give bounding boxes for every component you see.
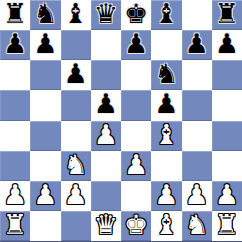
square-g1[interactable]: ♞ — [182, 211, 212, 241]
square-d3[interactable] — [91, 151, 121, 181]
square-d5[interactable]: ♟ — [91, 90, 121, 120]
square-b5[interactable] — [30, 90, 60, 120]
piece-black-rook[interactable]: ♜ — [3, 0, 27, 29]
square-a1[interactable]: ♜ — [0, 211, 30, 241]
square-d8[interactable]: ♛ — [91, 0, 121, 30]
square-e7[interactable]: ♟ — [121, 30, 151, 60]
piece-black-pawn[interactable]: ♟ — [124, 30, 148, 59]
piece-white-bishop[interactable]: ♝ — [154, 121, 178, 150]
square-g7[interactable]: ♟ — [182, 30, 212, 60]
piece-black-bishop[interactable]: ♝ — [154, 0, 178, 29]
square-e3[interactable]: ♟ — [121, 151, 151, 181]
square-g5[interactable] — [182, 90, 212, 120]
square-a7[interactable]: ♟ — [0, 30, 30, 60]
square-c6[interactable]: ♟ — [61, 60, 91, 90]
square-f8[interactable]: ♝ — [151, 0, 181, 30]
piece-black-pawn[interactable]: ♟ — [64, 60, 88, 89]
square-d6[interactable] — [91, 60, 121, 90]
square-e1[interactable]: ♚ — [121, 211, 151, 241]
piece-white-pawn[interactable]: ♟ — [185, 181, 209, 210]
piece-black-rook[interactable]: ♜ — [215, 0, 239, 29]
square-f2[interactable]: ♟ — [151, 181, 181, 211]
square-c4[interactable] — [61, 121, 91, 151]
square-c2[interactable]: ♟ — [61, 181, 91, 211]
square-c3[interactable]: ♞ — [61, 151, 91, 181]
square-c8[interactable]: ♝ — [61, 0, 91, 30]
square-b6[interactable] — [30, 60, 60, 90]
piece-white-pawn[interactable]: ♟ — [154, 181, 178, 210]
square-a6[interactable] — [0, 60, 30, 90]
square-e5[interactable] — [121, 90, 151, 120]
piece-black-pawn[interactable]: ♟ — [154, 90, 178, 119]
square-b2[interactable]: ♟ — [30, 181, 60, 211]
piece-black-queen[interactable]: ♛ — [94, 0, 118, 29]
piece-black-pawn[interactable]: ♟ — [94, 90, 118, 119]
square-f4[interactable]: ♝ — [151, 121, 181, 151]
piece-black-king[interactable]: ♚ — [124, 0, 148, 29]
square-f5[interactable]: ♟ — [151, 90, 181, 120]
square-g6[interactable] — [182, 60, 212, 90]
piece-white-pawn[interactable]: ♟ — [94, 121, 118, 150]
square-h8[interactable]: ♜ — [212, 0, 242, 30]
square-d1[interactable]: ♛ — [91, 211, 121, 241]
square-b7[interactable]: ♟ — [30, 30, 60, 60]
chess-board: ♜♞♝♛♚♝♜♟♟♟♟♟♟♞♟♟♟♝♞♟♟♟♟♟♟♟♜♛♚♝♞♜ — [0, 0, 242, 242]
square-d4[interactable]: ♟ — [91, 121, 121, 151]
square-a5[interactable] — [0, 90, 30, 120]
square-f1[interactable]: ♝ — [151, 211, 181, 241]
square-f6[interactable]: ♞ — [151, 60, 181, 90]
square-h7[interactable]: ♟ — [212, 30, 242, 60]
square-h5[interactable] — [212, 90, 242, 120]
square-a4[interactable] — [0, 121, 30, 151]
piece-white-queen[interactable]: ♛ — [94, 211, 118, 240]
piece-black-knight[interactable]: ♞ — [154, 60, 178, 89]
square-b8[interactable]: ♞ — [30, 0, 60, 30]
square-e4[interactable] — [121, 121, 151, 151]
square-f3[interactable] — [151, 151, 181, 181]
piece-white-pawn[interactable]: ♟ — [3, 181, 27, 210]
square-b1[interactable] — [30, 211, 60, 241]
piece-white-pawn[interactable]: ♟ — [33, 181, 57, 210]
square-b3[interactable] — [30, 151, 60, 181]
chess-app: ♜♞♝♛♚♝♜♟♟♟♟♟♟♞♟♟♟♝♞♟♟♟♟♟♟♟♜♛♚♝♞♜ — [0, 0, 242, 242]
square-a2[interactable]: ♟ — [0, 181, 30, 211]
square-h1[interactable]: ♜ — [212, 211, 242, 241]
square-h6[interactable] — [212, 60, 242, 90]
square-c1[interactable] — [61, 211, 91, 241]
square-d2[interactable] — [91, 181, 121, 211]
square-b4[interactable] — [30, 121, 60, 151]
piece-black-pawn[interactable]: ♟ — [215, 30, 239, 59]
square-h3[interactable] — [212, 151, 242, 181]
piece-white-knight[interactable]: ♞ — [64, 151, 88, 180]
piece-white-pawn[interactable]: ♟ — [215, 181, 239, 210]
piece-black-knight[interactable]: ♞ — [33, 0, 57, 29]
piece-black-bishop[interactable]: ♝ — [64, 0, 88, 29]
square-g4[interactable] — [182, 121, 212, 151]
piece-white-bishop[interactable]: ♝ — [154, 211, 178, 240]
square-a3[interactable] — [0, 151, 30, 181]
piece-white-rook[interactable]: ♜ — [3, 211, 27, 240]
square-g2[interactable]: ♟ — [182, 181, 212, 211]
square-g8[interactable] — [182, 0, 212, 30]
square-c7[interactable] — [61, 30, 91, 60]
square-d7[interactable] — [91, 30, 121, 60]
square-h4[interactable] — [212, 121, 242, 151]
piece-black-pawn[interactable]: ♟ — [185, 30, 209, 59]
piece-black-pawn[interactable]: ♟ — [33, 30, 57, 59]
piece-white-king[interactable]: ♚ — [124, 211, 148, 240]
square-e6[interactable] — [121, 60, 151, 90]
square-f7[interactable] — [151, 30, 181, 60]
square-h2[interactable]: ♟ — [212, 181, 242, 211]
piece-white-rook[interactable]: ♜ — [215, 211, 239, 240]
square-c5[interactable] — [61, 90, 91, 120]
piece-white-pawn[interactable]: ♟ — [64, 181, 88, 210]
square-a8[interactable]: ♜ — [0, 0, 30, 30]
piece-white-knight[interactable]: ♞ — [185, 211, 209, 240]
square-e8[interactable]: ♚ — [121, 0, 151, 30]
piece-white-pawn[interactable]: ♟ — [124, 151, 148, 180]
piece-black-pawn[interactable]: ♟ — [3, 30, 27, 59]
square-e2[interactable] — [121, 181, 151, 211]
square-g3[interactable] — [182, 151, 212, 181]
